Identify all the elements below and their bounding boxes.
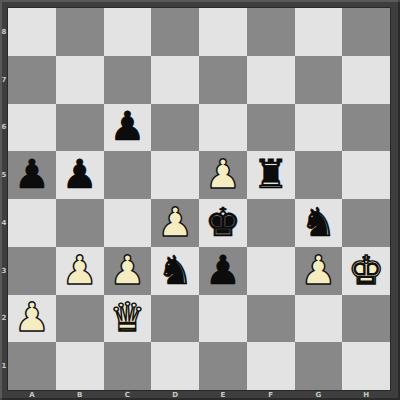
square-c7[interactable] — [104, 56, 152, 104]
square-h5[interactable] — [342, 151, 390, 199]
square-e3[interactable]: ♟ — [199, 247, 247, 295]
square-d4[interactable]: ♟ — [151, 199, 199, 247]
square-e6[interactable] — [199, 104, 247, 152]
rank-labels: 87654321 — [0, 8, 8, 390]
file-label-c: C — [104, 390, 152, 400]
square-b4[interactable] — [56, 199, 104, 247]
square-h7[interactable] — [342, 56, 390, 104]
file-label-h: H — [342, 390, 390, 400]
file-label-g: G — [295, 390, 343, 400]
square-e8[interactable] — [199, 8, 247, 56]
square-a4[interactable] — [8, 199, 56, 247]
file-label-b: B — [56, 390, 104, 400]
square-b5[interactable]: ♟ — [56, 151, 104, 199]
square-d2[interactable] — [151, 295, 199, 343]
square-a6[interactable] — [8, 104, 56, 152]
rank-label-7: 7 — [0, 56, 8, 104]
rank-label-1: 1 — [0, 342, 8, 390]
white-pawn[interactable]: ♟ — [205, 154, 241, 194]
square-d7[interactable] — [151, 56, 199, 104]
rank-label-2: 2 — [0, 295, 8, 343]
square-h2[interactable] — [342, 295, 390, 343]
square-e5[interactable]: ♟ — [199, 151, 247, 199]
black-pawn[interactable]: ♟ — [205, 250, 241, 290]
white-pawn[interactable]: ♟ — [109, 250, 145, 290]
square-f8[interactable] — [247, 8, 295, 56]
square-h4[interactable] — [342, 199, 390, 247]
square-f6[interactable] — [247, 104, 295, 152]
square-h3[interactable]: ♚ — [342, 247, 390, 295]
black-knight[interactable]: ♞ — [157, 250, 193, 290]
square-f4[interactable] — [247, 199, 295, 247]
square-c5[interactable] — [104, 151, 152, 199]
white-pawn[interactable]: ♟ — [14, 297, 50, 337]
black-rook[interactable]: ♜ — [253, 154, 289, 194]
board-frame: 87654321 ♟♟♟♟♜♟♚♞♟♟♞♟♟♚♟♛ ABCDEFGH — [0, 0, 400, 400]
square-e7[interactable] — [199, 56, 247, 104]
square-c4[interactable] — [104, 199, 152, 247]
square-a8[interactable] — [8, 8, 56, 56]
square-g5[interactable] — [295, 151, 343, 199]
square-f5[interactable]: ♜ — [247, 151, 295, 199]
square-e4[interactable]: ♚ — [199, 199, 247, 247]
square-g1[interactable] — [295, 342, 343, 390]
square-c1[interactable] — [104, 342, 152, 390]
square-c2[interactable]: ♛ — [104, 295, 152, 343]
square-f2[interactable] — [247, 295, 295, 343]
chess-board[interactable]: ♟♟♟♟♜♟♚♞♟♟♞♟♟♚♟♛ — [8, 8, 390, 390]
rank-label-3: 3 — [0, 247, 8, 295]
black-knight[interactable]: ♞ — [300, 202, 336, 242]
square-g2[interactable] — [295, 295, 343, 343]
square-d6[interactable] — [151, 104, 199, 152]
black-pawn[interactable]: ♟ — [109, 106, 145, 146]
rank-label-6: 6 — [0, 104, 8, 152]
square-e2[interactable] — [199, 295, 247, 343]
square-d3[interactable]: ♞ — [151, 247, 199, 295]
square-d1[interactable] — [151, 342, 199, 390]
square-h1[interactable] — [342, 342, 390, 390]
square-c3[interactable]: ♟ — [104, 247, 152, 295]
square-c8[interactable] — [104, 8, 152, 56]
white-pawn[interactable]: ♟ — [300, 250, 336, 290]
square-f3[interactable] — [247, 247, 295, 295]
square-g3[interactable]: ♟ — [295, 247, 343, 295]
file-label-a: A — [8, 390, 56, 400]
file-label-d: D — [151, 390, 199, 400]
square-e1[interactable] — [199, 342, 247, 390]
square-d8[interactable] — [151, 8, 199, 56]
black-pawn[interactable]: ♟ — [62, 154, 98, 194]
square-a7[interactable] — [8, 56, 56, 104]
square-a2[interactable]: ♟ — [8, 295, 56, 343]
white-king[interactable]: ♚ — [348, 250, 384, 290]
square-d5[interactable] — [151, 151, 199, 199]
rank-label-4: 4 — [0, 199, 8, 247]
square-g6[interactable] — [295, 104, 343, 152]
rank-label-5: 5 — [0, 151, 8, 199]
white-pawn[interactable]: ♟ — [157, 202, 193, 242]
square-b1[interactable] — [56, 342, 104, 390]
square-a1[interactable] — [8, 342, 56, 390]
square-g7[interactable] — [295, 56, 343, 104]
square-b2[interactable] — [56, 295, 104, 343]
white-pawn[interactable]: ♟ — [62, 250, 98, 290]
file-labels: ABCDEFGH — [8, 390, 390, 400]
square-a3[interactable] — [8, 247, 56, 295]
black-pawn[interactable]: ♟ — [14, 154, 50, 194]
white-queen[interactable]: ♛ — [109, 297, 145, 337]
file-label-f: F — [247, 390, 295, 400]
square-b3[interactable]: ♟ — [56, 247, 104, 295]
black-king[interactable]: ♚ — [205, 202, 241, 242]
rank-label-8: 8 — [0, 8, 8, 56]
square-a5[interactable]: ♟ — [8, 151, 56, 199]
square-b7[interactable] — [56, 56, 104, 104]
square-h6[interactable] — [342, 104, 390, 152]
square-f1[interactable] — [247, 342, 295, 390]
square-f7[interactable] — [247, 56, 295, 104]
square-g8[interactable] — [295, 8, 343, 56]
square-b6[interactable] — [56, 104, 104, 152]
square-c6[interactable]: ♟ — [104, 104, 152, 152]
square-g4[interactable]: ♞ — [295, 199, 343, 247]
square-b8[interactable] — [56, 8, 104, 56]
square-h8[interactable] — [342, 8, 390, 56]
file-label-e: E — [199, 390, 247, 400]
